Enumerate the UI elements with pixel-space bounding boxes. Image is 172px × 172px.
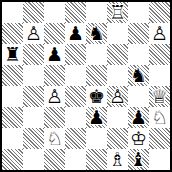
piece-glyph-layer: ♙	[107, 86, 128, 107]
chess-board: ♜♖♟♙♟♟♞♞♟♙♜♜♟♟♞♞♟♙♚♚♟♙♛♕♟♟♟♟♞♘♞♘♚♔♝♗♝♝	[2, 2, 170, 170]
square-e5[interactable]	[86, 65, 107, 86]
white-pawn-h7[interactable]: ♟♙	[149, 23, 170, 44]
square-h2[interactable]	[149, 128, 170, 149]
square-b4[interactable]	[23, 86, 44, 107]
square-e1[interactable]	[86, 149, 107, 170]
square-d6[interactable]	[65, 44, 86, 65]
square-c3[interactable]	[44, 107, 65, 128]
piece-glyph-layer: ♖	[107, 2, 128, 23]
square-d8[interactable]	[65, 2, 86, 23]
square-d1[interactable]	[65, 149, 86, 170]
black-pawn-g3[interactable]: ♟♟	[128, 107, 149, 128]
square-e7[interactable]: ♞♞	[86, 23, 107, 44]
square-f3[interactable]	[107, 107, 128, 128]
square-a1[interactable]	[2, 149, 23, 170]
square-d5[interactable]	[65, 65, 86, 86]
square-g2[interactable]: ♚♔	[128, 128, 149, 149]
square-b7[interactable]: ♟♙	[23, 23, 44, 44]
square-b8[interactable]	[23, 2, 44, 23]
white-pawn-f4[interactable]: ♟♙	[107, 86, 128, 107]
white-pawn-c4[interactable]: ♟♙	[44, 86, 65, 107]
piece-glyph-layer: ♟	[44, 44, 65, 65]
piece-glyph-layer: ♔	[128, 128, 149, 149]
square-g3[interactable]: ♟♟	[128, 107, 149, 128]
square-f4[interactable]: ♟♙	[107, 86, 128, 107]
black-bishop-g1[interactable]: ♝♝	[128, 149, 149, 170]
black-knight-e7[interactable]: ♞♞	[86, 23, 107, 44]
square-e4[interactable]: ♚♚	[86, 86, 107, 107]
square-c5[interactable]	[44, 65, 65, 86]
square-b3[interactable]	[23, 107, 44, 128]
white-king-g2[interactable]: ♚♔	[128, 128, 149, 149]
square-a5[interactable]	[2, 65, 23, 86]
piece-glyph-layer: ♘	[44, 128, 65, 149]
piece-glyph-layer: ♕	[149, 86, 170, 107]
piece-glyph-layer: ♜	[2, 44, 23, 65]
square-c4[interactable]: ♟♙	[44, 86, 65, 107]
square-e8[interactable]	[86, 2, 107, 23]
square-g1[interactable]: ♝♝	[128, 149, 149, 170]
square-f2[interactable]	[107, 128, 128, 149]
white-bishop-f1[interactable]: ♝♗	[107, 149, 128, 170]
chess-board-frame: ♜♖♟♙♟♟♞♞♟♙♜♜♟♟♞♞♟♙♚♚♟♙♛♕♟♟♟♟♞♘♞♘♚♔♝♗♝♝	[0, 0, 172, 172]
square-e3[interactable]: ♟♟	[86, 107, 107, 128]
piece-glyph-layer: ♙	[23, 23, 44, 44]
square-f1[interactable]: ♝♗	[107, 149, 128, 170]
black-knight-g5[interactable]: ♞♞	[128, 65, 149, 86]
white-rook-f8[interactable]: ♜♖	[107, 2, 128, 23]
square-b5[interactable]	[23, 65, 44, 86]
square-c1[interactable]	[44, 149, 65, 170]
square-h3[interactable]: ♞♘	[149, 107, 170, 128]
square-a2[interactable]	[2, 128, 23, 149]
square-d7[interactable]: ♟♟	[65, 23, 86, 44]
square-c6[interactable]: ♟♟	[44, 44, 65, 65]
piece-glyph-layer: ♚	[86, 86, 107, 107]
piece-glyph-layer: ♗	[107, 149, 128, 170]
square-g8[interactable]	[128, 2, 149, 23]
piece-glyph-layer: ♙	[149, 23, 170, 44]
square-f6[interactable]	[107, 44, 128, 65]
white-knight-h3[interactable]: ♞♘	[149, 107, 170, 128]
square-e2[interactable]	[86, 128, 107, 149]
piece-glyph-layer: ♟	[86, 107, 107, 128]
square-e6[interactable]	[86, 44, 107, 65]
square-a4[interactable]	[2, 86, 23, 107]
black-pawn-c6[interactable]: ♟♟	[44, 44, 65, 65]
square-a8[interactable]	[2, 2, 23, 23]
piece-glyph-layer: ♟	[65, 23, 86, 44]
square-a6[interactable]: ♜♜	[2, 44, 23, 65]
piece-glyph-layer: ♟	[128, 107, 149, 128]
square-b2[interactable]	[23, 128, 44, 149]
square-c8[interactable]	[44, 2, 65, 23]
square-a3[interactable]	[2, 107, 23, 128]
square-f7[interactable]	[107, 23, 128, 44]
square-b1[interactable]	[23, 149, 44, 170]
white-knight-c2[interactable]: ♞♘	[44, 128, 65, 149]
piece-glyph-layer: ♘	[149, 107, 170, 128]
white-queen-h4[interactable]: ♛♕	[149, 86, 170, 107]
square-g7[interactable]	[128, 23, 149, 44]
square-a7[interactable]	[2, 23, 23, 44]
square-g4[interactable]	[128, 86, 149, 107]
black-pawn-d7[interactable]: ♟♟	[65, 23, 86, 44]
black-rook-a6[interactable]: ♜♜	[2, 44, 23, 65]
square-h6[interactable]	[149, 44, 170, 65]
square-f5[interactable]	[107, 65, 128, 86]
square-g6[interactable]	[128, 44, 149, 65]
white-pawn-b7[interactable]: ♟♙	[23, 23, 44, 44]
square-g5[interactable]: ♞♞	[128, 65, 149, 86]
black-pawn-e3[interactable]: ♟♟	[86, 107, 107, 128]
square-c7[interactable]	[44, 23, 65, 44]
square-d4[interactable]	[65, 86, 86, 107]
square-h5[interactable]	[149, 65, 170, 86]
piece-glyph-layer: ♝	[128, 149, 149, 170]
square-f8[interactable]: ♜♖	[107, 2, 128, 23]
square-h1[interactable]	[149, 149, 170, 170]
square-h4[interactable]: ♛♕	[149, 86, 170, 107]
piece-glyph-layer: ♞	[86, 23, 107, 44]
square-c2[interactable]: ♞♘	[44, 128, 65, 149]
piece-glyph-layer: ♞	[128, 65, 149, 86]
square-h8[interactable]	[149, 2, 170, 23]
black-king-e4[interactable]: ♚♚	[86, 86, 107, 107]
piece-glyph-layer: ♙	[44, 86, 65, 107]
square-h7[interactable]: ♟♙	[149, 23, 170, 44]
square-b6[interactable]	[23, 44, 44, 65]
square-d3[interactable]	[65, 107, 86, 128]
square-d2[interactable]	[65, 128, 86, 149]
